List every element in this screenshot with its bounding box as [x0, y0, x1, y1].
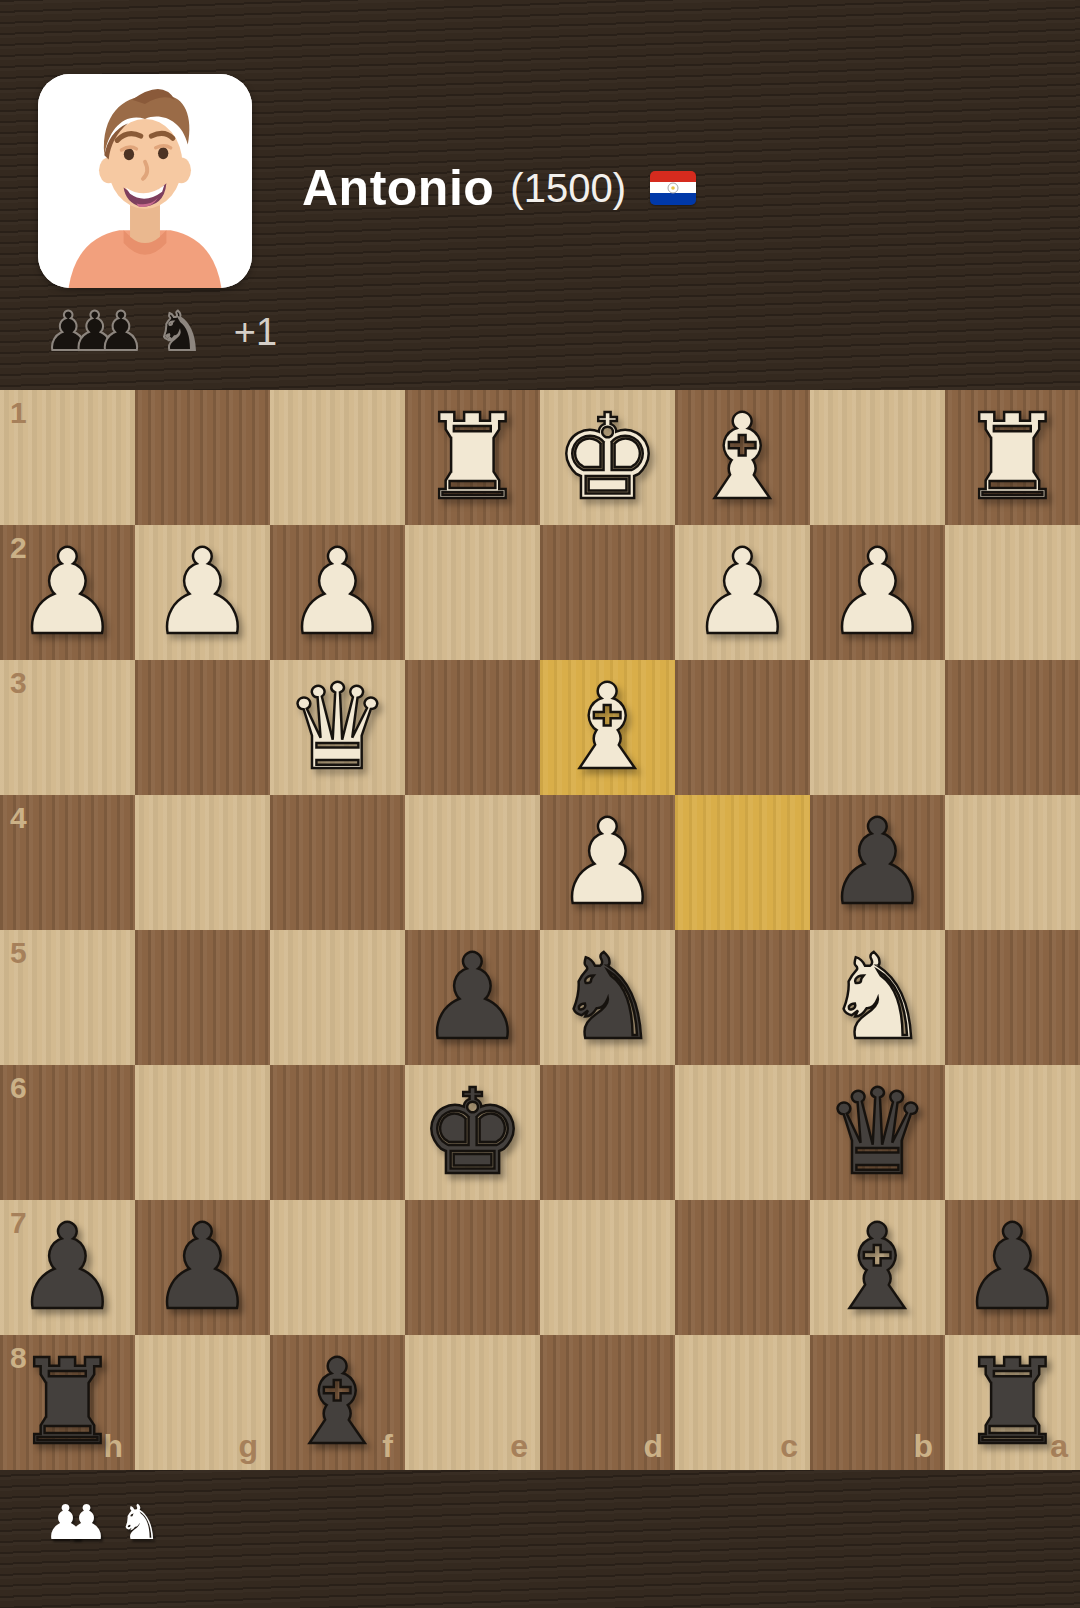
square-d7[interactable]: [540, 1200, 675, 1335]
black-rook-h8[interactable]: ♜: [15, 1335, 121, 1470]
square-a8[interactable]: a♜: [945, 1335, 1080, 1470]
captured-by-black-tray: ♟♟♞: [44, 1492, 161, 1552]
material-score: +1: [234, 311, 277, 354]
square-d3[interactable]: ♝: [540, 660, 675, 795]
square-a3[interactable]: [945, 660, 1080, 795]
white-pawn-b2[interactable]: ♟: [825, 525, 931, 660]
square-a2[interactable]: [945, 525, 1080, 660]
square-b4[interactable]: ♟: [810, 795, 945, 930]
square-e3[interactable]: [405, 660, 540, 795]
square-c6[interactable]: [675, 1065, 810, 1200]
square-e5[interactable]: ♟: [405, 930, 540, 1065]
captured-white-pawn-icon: ♟: [65, 1498, 108, 1546]
white-rook-a1[interactable]: ♜: [960, 390, 1066, 525]
square-f3[interactable]: ♛: [270, 660, 405, 795]
white-knight-b5[interactable]: ♞: [825, 930, 931, 1065]
square-c1[interactable]: ♝: [675, 390, 810, 525]
file-label-e: e: [510, 1430, 528, 1462]
square-d4[interactable]: ♟: [540, 795, 675, 930]
square-h8[interactable]: 8h♜: [0, 1335, 135, 1470]
square-f2[interactable]: ♟: [270, 525, 405, 660]
black-pawn-a7[interactable]: ♟: [960, 1200, 1066, 1335]
black-knight-d5[interactable]: ♞: [555, 930, 661, 1065]
rank-label-1: 1: [10, 398, 27, 428]
white-bishop-c1[interactable]: ♝: [690, 390, 796, 525]
square-h5[interactable]: 5: [0, 930, 135, 1065]
white-rook-e1[interactable]: ♜: [420, 390, 526, 525]
square-c7[interactable]: [675, 1200, 810, 1335]
square-g3[interactable]: [135, 660, 270, 795]
black-king-e6[interactable]: ♚: [420, 1065, 526, 1200]
square-g7[interactable]: ♟: [135, 1200, 270, 1335]
file-label-b: b: [913, 1430, 933, 1462]
square-a7[interactable]: ♟: [945, 1200, 1080, 1335]
square-d1[interactable]: ♚: [540, 390, 675, 525]
square-g4[interactable]: [135, 795, 270, 930]
square-g6[interactable]: [135, 1065, 270, 1200]
square-h7[interactable]: 7♟: [0, 1200, 135, 1335]
square-e7[interactable]: [405, 1200, 540, 1335]
square-g1[interactable]: [135, 390, 270, 525]
square-b5[interactable]: ♞: [810, 930, 945, 1065]
square-f7[interactable]: [270, 1200, 405, 1335]
square-h2[interactable]: 2♟: [0, 525, 135, 660]
black-pawn-g7[interactable]: ♟: [150, 1200, 256, 1335]
opponent-info-row: Antonio (1500): [302, 156, 696, 220]
square-b3[interactable]: [810, 660, 945, 795]
square-e4[interactable]: [405, 795, 540, 930]
white-pawn-h2[interactable]: ♟: [15, 525, 121, 660]
rank-label-6: 6: [10, 1073, 27, 1103]
white-queen-f3[interactable]: ♛: [285, 660, 391, 795]
square-c5[interactable]: [675, 930, 810, 1065]
file-label-g: g: [238, 1430, 258, 1462]
chess-game-screen: Antonio (1500) ♟♟♟♞ +1 1♜♚♝♜2♟♟♟♟♟3♛♝4♟♟…: [0, 0, 1080, 1608]
square-g2[interactable]: ♟: [135, 525, 270, 660]
black-rook-a8[interactable]: ♜: [960, 1335, 1066, 1470]
square-c2[interactable]: ♟: [675, 525, 810, 660]
square-f5[interactable]: [270, 930, 405, 1065]
square-d2[interactable]: [540, 525, 675, 660]
black-bishop-f8[interactable]: ♝: [285, 1335, 391, 1470]
square-a6[interactable]: [945, 1065, 1080, 1200]
white-king-d1[interactable]: ♚: [555, 390, 661, 525]
square-h1[interactable]: 1: [0, 390, 135, 525]
square-f6[interactable]: [270, 1065, 405, 1200]
captured-white-knight-icon: ♞: [118, 1498, 161, 1546]
chess-board: 1♜♚♝♜2♟♟♟♟♟3♛♝4♟♟5♟♞♞6♚♛7♟♟♝♟8h♜gf♝edcba…: [0, 390, 1080, 1470]
square-b6[interactable]: ♛: [810, 1065, 945, 1200]
square-a4[interactable]: [945, 795, 1080, 930]
white-pawn-c2[interactable]: ♟: [690, 525, 796, 660]
opponent-rating: (1500): [510, 166, 626, 211]
opponent-name[interactable]: Antonio: [302, 159, 494, 217]
square-d6[interactable]: [540, 1065, 675, 1200]
square-c4[interactable]: [675, 795, 810, 930]
captured-black-pawn-icon: ♟: [97, 305, 145, 359]
black-bishop-b7[interactable]: ♝: [825, 1200, 931, 1335]
captured-pieces-bottom: ♟♟♞: [44, 1498, 161, 1546]
file-label-d: d: [643, 1430, 663, 1462]
white-bishop-d3[interactable]: ♝: [555, 660, 661, 795]
square-c3[interactable]: [675, 660, 810, 795]
square-f1[interactable]: [270, 390, 405, 525]
black-pawn-h7[interactable]: ♟: [15, 1200, 121, 1335]
square-g5[interactable]: [135, 930, 270, 1065]
black-queen-b6[interactable]: ♛: [825, 1065, 931, 1200]
square-h4[interactable]: 4: [0, 795, 135, 930]
file-label-c: c: [780, 1430, 798, 1462]
square-g8[interactable]: g: [135, 1335, 270, 1470]
captured-by-white-tray: ♟♟♟♞ +1: [44, 300, 277, 364]
rank-label-4: 4: [10, 803, 27, 833]
captured-black-knight-icon: ♞: [155, 305, 203, 359]
square-d8[interactable]: d: [540, 1335, 675, 1470]
rank-label-3: 3: [10, 668, 27, 698]
rank-label-5: 5: [10, 938, 27, 968]
black-pawn-b4[interactable]: ♟: [825, 795, 931, 930]
black-pawn-e5[interactable]: ♟: [420, 930, 526, 1065]
square-e8[interactable]: e: [405, 1335, 540, 1470]
white-pawn-f2[interactable]: ♟: [285, 525, 391, 660]
square-d5[interactable]: ♞: [540, 930, 675, 1065]
white-pawn-d4[interactable]: ♟: [555, 795, 661, 930]
square-a5[interactable]: [945, 930, 1080, 1065]
captured-pieces-top: ♟♟♟♞: [44, 305, 204, 359]
square-b1[interactable]: [810, 390, 945, 525]
paraguay-flag-icon: [650, 171, 696, 205]
opponent-avatar[interactable]: [38, 74, 252, 288]
square-c8[interactable]: c: [675, 1335, 810, 1470]
white-pawn-g2[interactable]: ♟: [150, 525, 256, 660]
square-b7[interactable]: ♝: [810, 1200, 945, 1335]
square-b2[interactable]: ♟: [810, 525, 945, 660]
square-e1[interactable]: ♜: [405, 390, 540, 525]
square-h3[interactable]: 3: [0, 660, 135, 795]
square-a1[interactable]: ♜: [945, 390, 1080, 525]
square-b8[interactable]: b: [810, 1335, 945, 1470]
square-e6[interactable]: ♚: [405, 1065, 540, 1200]
square-f4[interactable]: [270, 795, 405, 930]
square-f8[interactable]: f♝: [270, 1335, 405, 1470]
avatar-illustration: [38, 74, 252, 288]
square-e2[interactable]: [405, 525, 540, 660]
square-h6[interactable]: 6: [0, 1065, 135, 1200]
